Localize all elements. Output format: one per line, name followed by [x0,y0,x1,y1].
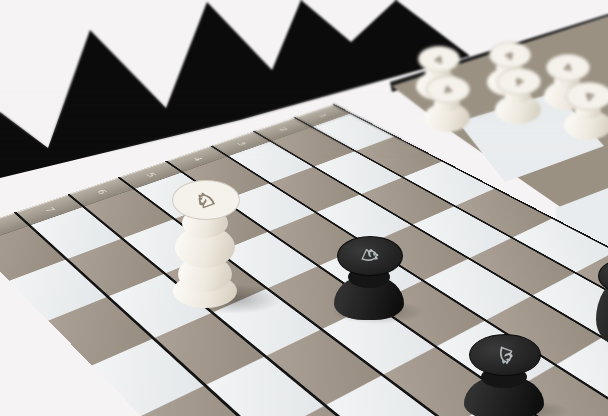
rank-label: 8 [0,225,2,232]
rank-label: 6 [95,189,108,196]
rank-label: 3 [235,141,247,147]
knight-icon: ♘ [193,187,220,212]
knight-icon: ♘ [357,243,382,269]
rank-label: 7 [43,206,57,213]
white-pawn-piece: ♙ [494,68,542,126]
piece-cap: ♙ [426,76,470,103]
black-knight-piece-near: ♘ [461,334,547,416]
black-edge-piece [592,258,608,350]
piece-cap: ♘ [172,180,240,220]
white-pawn-piece: ♙ [423,76,471,134]
pawn-icon: ♙ [433,53,445,64]
knight-icon: ♘ [492,342,518,367]
pawn-icon: ♙ [582,89,595,103]
rank-label: 5 [144,172,157,178]
white-pawn-piece: ♙ [563,82,608,142]
pawn-icon: ♙ [442,85,454,95]
piece-cap: ♙ [546,54,590,81]
rank-label: 4 [191,156,204,162]
piece-cap: ♙ [497,68,541,95]
piece-cap [598,258,608,294]
chess-photo-scene: 87654321 ♘ ♘ ♘ [0,0,608,416]
piece-base [596,280,608,346]
piece-cap: ♘ [469,334,541,376]
pawn-icon: ♙ [504,49,517,61]
piece-cap: ♙ [489,42,531,68]
piece-cap: ♙ [418,46,460,72]
piece-cap: ♘ [337,236,403,276]
rank-label: 1 [317,113,329,118]
white-knight-piece: ♘ [167,180,243,308]
pawn-icon: ♙ [513,76,526,88]
rank-label: 2 [277,127,289,132]
piece-cap: ♙ [566,82,608,110]
pawn-icon: ♙ [562,63,573,72]
black-knight-piece-center: ♘ [331,236,407,320]
